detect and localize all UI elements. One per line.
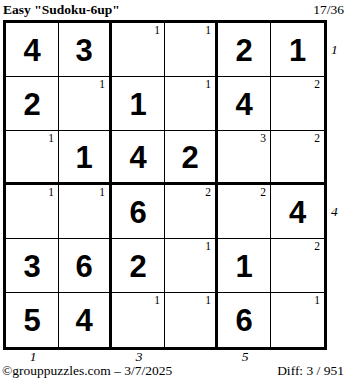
sudoku-grid: 431121211142114232116224362112541161	[3, 20, 327, 350]
cell-value: 1	[129, 88, 146, 120]
pencil-mark: 1	[154, 24, 160, 37]
cell-r4c1[interactable]: 1	[6, 185, 59, 239]
row-label-1: 1	[331, 42, 345, 58]
pencil-mark: 1	[205, 294, 211, 307]
cell-r6c2[interactable]: 4	[59, 293, 112, 347]
pencil-mark: 2	[260, 186, 266, 199]
pencil-mark: 1	[154, 294, 160, 307]
pencil-mark: 1	[48, 132, 54, 145]
cell-r3c2[interactable]: 1	[59, 131, 112, 185]
cell-r3c4[interactable]: 2	[165, 131, 218, 185]
cell-r2c3[interactable]: 1	[112, 77, 165, 131]
cell-value: 3	[75, 34, 92, 66]
cell-value: 4	[23, 34, 40, 66]
cell-value: 1	[235, 250, 252, 282]
cell-r2c6[interactable]: 2	[271, 77, 324, 131]
cell-r5c3[interactable]: 2	[112, 239, 165, 293]
cell-value: 4	[289, 196, 306, 228]
cell-r4c2[interactable]: 1	[59, 185, 112, 239]
cell-r1c2[interactable]: 3	[59, 23, 112, 77]
pencil-mark: 1	[99, 186, 105, 199]
cell-value: 2	[181, 141, 198, 173]
cell-r5c4[interactable]: 1	[165, 239, 218, 293]
cell-r4c3[interactable]: 6	[112, 185, 165, 239]
cell-r1c6[interactable]: 1	[271, 23, 324, 77]
cell-value: 4	[75, 304, 92, 336]
cell-r6c5[interactable]: 6	[218, 293, 271, 347]
pencil-mark: 2	[314, 132, 320, 145]
cell-r2c2[interactable]: 1	[59, 77, 112, 131]
cell-r6c4[interactable]: 1	[165, 293, 218, 347]
cell-r6c1[interactable]: 5	[6, 293, 59, 347]
pencil-mark: 2	[314, 78, 320, 91]
pencil-mark: 1	[99, 78, 105, 91]
cell-r3c1[interactable]: 1	[6, 131, 59, 185]
pencil-mark: 2	[314, 240, 320, 253]
puzzle-counter: 17/36	[313, 2, 344, 18]
puzzle-title: Easy "Sudoku-6up"	[3, 2, 120, 18]
puzzle-page: Easy "Sudoku-6up" 17/36 4311212111421142…	[0, 0, 347, 381]
cell-r1c4[interactable]: 1	[165, 23, 218, 77]
cell-r4c5[interactable]: 2	[218, 185, 271, 239]
cell-value: 2	[129, 250, 146, 282]
cell-r1c1[interactable]: 4	[6, 23, 59, 77]
cell-value: 5	[23, 304, 40, 336]
cell-r4c6[interactable]: 4	[271, 185, 324, 239]
pencil-mark: 3	[260, 132, 266, 145]
copyright-date: ©grouppuzzles.com – 3/7/2025	[2, 363, 172, 379]
cell-value: 6	[235, 304, 252, 336]
cell-value: 2	[235, 34, 252, 66]
cell-value: 4	[129, 141, 146, 173]
cell-r5c6[interactable]: 2	[271, 239, 324, 293]
cell-r5c2[interactable]: 6	[59, 239, 112, 293]
cell-r4c4[interactable]: 2	[165, 185, 218, 239]
cell-r3c3[interactable]: 4	[112, 131, 165, 185]
cell-r1c3[interactable]: 1	[112, 23, 165, 77]
col-label-5: 5	[242, 349, 249, 365]
cell-r3c6[interactable]: 2	[271, 131, 324, 185]
cell-r6c6[interactable]: 1	[271, 293, 324, 347]
cell-r2c5[interactable]: 4	[218, 77, 271, 131]
cell-value: 2	[23, 88, 40, 120]
pencil-mark: 1	[205, 24, 211, 37]
cell-r5c1[interactable]: 3	[6, 239, 59, 293]
cell-value: 1	[75, 141, 92, 173]
cell-value: 6	[75, 250, 92, 282]
cell-r1c5[interactable]: 2	[218, 23, 271, 77]
cell-value: 1	[289, 34, 306, 66]
cell-r2c1[interactable]: 2	[6, 77, 59, 131]
cell-r5c5[interactable]: 1	[218, 239, 271, 293]
pencil-mark: 1	[205, 78, 211, 91]
pencil-mark: 1	[205, 240, 211, 253]
pencil-mark: 1	[48, 186, 54, 199]
row-label-4: 4	[331, 204, 345, 220]
cell-r3c5[interactable]: 3	[218, 131, 271, 185]
cell-value: 3	[23, 250, 40, 282]
pencil-mark: 1	[314, 294, 320, 307]
cell-value: 4	[235, 88, 252, 120]
cell-r6c3[interactable]: 1	[112, 293, 165, 347]
difficulty-rating: Diff: 3 / 951	[277, 363, 344, 379]
cell-r2c4[interactable]: 1	[165, 77, 218, 131]
cell-value: 6	[129, 196, 146, 228]
pencil-mark: 2	[205, 186, 211, 199]
